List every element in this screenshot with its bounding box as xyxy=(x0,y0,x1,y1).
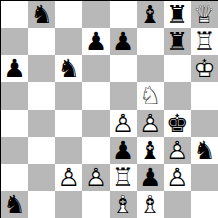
piece-black-pawn: ♟ xyxy=(137,164,164,191)
square-c3[interactable] xyxy=(55,137,82,164)
piece-white-bishop: ♝♗ xyxy=(110,191,137,218)
square-g2[interactable]: ♟♙ xyxy=(164,164,191,191)
white-bishop-glyph-outline: ♗ xyxy=(137,191,164,218)
white-pawn-glyph-outline: ♙ xyxy=(55,164,82,191)
white-pawn-glyph-outline: ♙ xyxy=(82,164,109,191)
square-d2[interactable]: ♟♙ xyxy=(82,164,109,191)
square-g8[interactable]: ♜ xyxy=(164,1,191,28)
square-e8[interactable] xyxy=(110,1,137,28)
white-rook-glyph-outline: ♖ xyxy=(191,28,218,55)
piece-white-knight: ♞♘ xyxy=(137,82,164,109)
square-c1[interactable] xyxy=(55,191,82,218)
square-e1[interactable]: ♝♗ xyxy=(110,191,137,218)
square-a6[interactable]: ♟ xyxy=(1,55,28,82)
black-pawn-glyph-fill: ♟ xyxy=(137,164,164,191)
square-c2[interactable]: ♟♙ xyxy=(55,164,82,191)
square-g4[interactable]: ♚ xyxy=(164,110,191,137)
black-rook-glyph-fill: ♜ xyxy=(164,28,191,55)
square-f8[interactable]: ♝ xyxy=(137,1,164,28)
square-e5[interactable] xyxy=(110,82,137,109)
piece-black-pawn: ♟ xyxy=(1,55,28,82)
white-knight-glyph-outline: ♘ xyxy=(137,82,164,109)
white-pawn-glyph-outline: ♙ xyxy=(137,110,164,137)
black-knight-glyph-fill: ♞ xyxy=(191,137,218,164)
square-f3[interactable]: ♝ xyxy=(137,137,164,164)
piece-white-pawn: ♟♙ xyxy=(164,164,191,191)
piece-white-pawn: ♟♙ xyxy=(137,110,164,137)
square-h4[interactable] xyxy=(191,110,218,137)
square-a1[interactable]: ♞ xyxy=(1,191,28,218)
square-b5[interactable] xyxy=(28,82,55,109)
square-d1[interactable] xyxy=(82,191,109,218)
white-pawn-glyph-outline: ♙ xyxy=(164,137,191,164)
square-b6[interactable] xyxy=(28,55,55,82)
square-h6[interactable]: ♚♔ xyxy=(191,55,218,82)
square-a5[interactable] xyxy=(1,82,28,109)
piece-black-pawn: ♟ xyxy=(82,28,109,55)
square-g3[interactable]: ♟♙ xyxy=(164,137,191,164)
piece-white-queen: ♛♕ xyxy=(191,1,218,28)
piece-white-pawn: ♟♙ xyxy=(55,164,82,191)
piece-black-rook: ♜ xyxy=(164,28,191,55)
piece-black-knight: ♞ xyxy=(191,137,218,164)
square-h7[interactable]: ♜♖ xyxy=(191,28,218,55)
square-f1[interactable]: ♝♗ xyxy=(137,191,164,218)
square-a4[interactable] xyxy=(1,110,28,137)
piece-black-bishop: ♝ xyxy=(137,1,164,28)
square-g5[interactable] xyxy=(164,82,191,109)
square-f6[interactable] xyxy=(137,55,164,82)
square-c6[interactable]: ♞ xyxy=(55,55,82,82)
square-a8[interactable] xyxy=(1,1,28,28)
chess-board: ♞♝♜♛♕♟♟♜♜♖♟♞♚♔♞♘♟♙♟♙♚♟♝♟♙♞♟♙♟♙♜♖♟♟♙♞♝♗♝♗ xyxy=(0,0,218,218)
square-b2[interactable] xyxy=(28,164,55,191)
white-rook-glyph-outline: ♖ xyxy=(110,164,137,191)
piece-white-bishop: ♝♗ xyxy=(137,191,164,218)
white-king-glyph-outline: ♔ xyxy=(191,55,218,82)
piece-black-knight: ♞ xyxy=(28,1,55,28)
black-knight-glyph-fill: ♞ xyxy=(1,191,28,218)
white-queen-glyph-outline: ♕ xyxy=(191,1,218,28)
square-e2[interactable]: ♜♖ xyxy=(110,164,137,191)
piece-black-pawn: ♟ xyxy=(110,28,137,55)
piece-black-king: ♚ xyxy=(164,110,191,137)
piece-black-pawn: ♟ xyxy=(110,137,137,164)
square-d8[interactable] xyxy=(82,1,109,28)
square-h3[interactable]: ♞ xyxy=(191,137,218,164)
white-bishop-glyph-outline: ♗ xyxy=(110,191,137,218)
square-b1[interactable] xyxy=(28,191,55,218)
piece-white-pawn: ♟♙ xyxy=(110,110,137,137)
square-h2[interactable] xyxy=(191,164,218,191)
square-d5[interactable] xyxy=(82,82,109,109)
square-f2[interactable]: ♟ xyxy=(137,164,164,191)
piece-black-bishop: ♝ xyxy=(137,137,164,164)
square-g1[interactable] xyxy=(164,191,191,218)
piece-black-knight: ♞ xyxy=(1,191,28,218)
square-b8[interactable]: ♞ xyxy=(28,1,55,28)
square-d4[interactable] xyxy=(82,110,109,137)
piece-white-rook: ♜♖ xyxy=(191,28,218,55)
square-d3[interactable] xyxy=(82,137,109,164)
square-e4[interactable]: ♟♙ xyxy=(110,110,137,137)
piece-white-pawn: ♟♙ xyxy=(82,164,109,191)
black-pawn-glyph-fill: ♟ xyxy=(110,28,137,55)
square-b3[interactable] xyxy=(28,137,55,164)
black-bishop-glyph-fill: ♝ xyxy=(137,137,164,164)
square-a3[interactable] xyxy=(1,137,28,164)
black-rook-glyph-fill: ♜ xyxy=(164,1,191,28)
piece-black-knight: ♞ xyxy=(55,55,82,82)
square-h1[interactable] xyxy=(191,191,218,218)
black-bishop-glyph-fill: ♝ xyxy=(137,1,164,28)
black-pawn-glyph-fill: ♟ xyxy=(1,55,28,82)
chess-board-screenshot: ♞♝♜♛♕♟♟♜♜♖♟♞♚♔♞♘♟♙♟♙♚♟♝♟♙♞♟♙♟♙♜♖♟♟♙♞♝♗♝♗ xyxy=(0,0,218,218)
piece-white-pawn: ♟♙ xyxy=(164,137,191,164)
black-pawn-glyph-fill: ♟ xyxy=(82,28,109,55)
square-e3[interactable]: ♟ xyxy=(110,137,137,164)
black-pawn-glyph-fill: ♟ xyxy=(110,137,137,164)
piece-white-king: ♚♔ xyxy=(191,55,218,82)
piece-white-rook: ♜♖ xyxy=(110,164,137,191)
square-e6[interactable] xyxy=(110,55,137,82)
square-f7[interactable] xyxy=(137,28,164,55)
square-e7[interactable]: ♟ xyxy=(110,28,137,55)
square-f5[interactable]: ♞♘ xyxy=(137,82,164,109)
square-c8[interactable] xyxy=(55,1,82,28)
square-h8[interactable]: ♛♕ xyxy=(191,1,218,28)
square-g7[interactable]: ♜ xyxy=(164,28,191,55)
square-c5[interactable] xyxy=(55,82,82,109)
square-f4[interactable]: ♟♙ xyxy=(137,110,164,137)
square-d6[interactable] xyxy=(82,55,109,82)
square-b7[interactable] xyxy=(28,28,55,55)
square-c4[interactable] xyxy=(55,110,82,137)
square-b4[interactable] xyxy=(28,110,55,137)
square-g6[interactable] xyxy=(164,55,191,82)
black-knight-glyph-fill: ♞ xyxy=(55,55,82,82)
piece-black-rook: ♜ xyxy=(164,1,191,28)
square-a7[interactable] xyxy=(1,28,28,55)
square-a2[interactable] xyxy=(1,164,28,191)
square-h5[interactable] xyxy=(191,82,218,109)
square-c7[interactable] xyxy=(55,28,82,55)
white-pawn-glyph-outline: ♙ xyxy=(110,110,137,137)
black-knight-glyph-fill: ♞ xyxy=(28,1,55,28)
black-king-glyph-fill: ♚ xyxy=(164,110,191,137)
white-pawn-glyph-outline: ♙ xyxy=(164,164,191,191)
square-d7[interactable]: ♟ xyxy=(82,28,109,55)
